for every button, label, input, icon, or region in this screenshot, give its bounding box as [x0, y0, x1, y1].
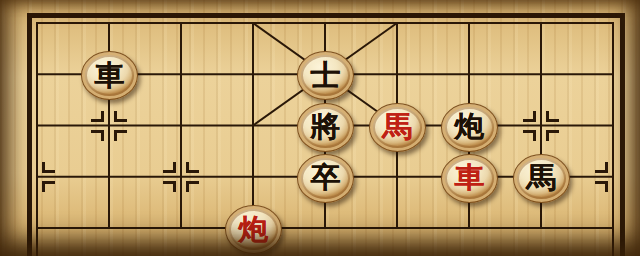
xiangqi-board[interactable]: 車士將馬炮卒車馬炮: [0, 0, 640, 256]
piece-glyph: 炮: [239, 214, 269, 244]
piece-black-chariot[interactable]: 車: [81, 51, 138, 100]
piece-glyph: 車: [95, 61, 125, 91]
piece-black-cannon[interactable]: 炮: [441, 103, 498, 152]
piece-black-general[interactable]: 將: [297, 103, 354, 152]
piece-glyph: 炮: [455, 112, 485, 142]
piece-glyph: 車: [455, 163, 485, 193]
piece-red-horse[interactable]: 馬: [369, 103, 426, 152]
piece-red-cannon[interactable]: 炮: [225, 205, 282, 254]
piece-glyph: 馬: [527, 163, 557, 193]
piece-glyph: 馬: [383, 112, 413, 142]
piece-glyph: 士: [311, 61, 341, 91]
piece-black-advisor[interactable]: 士: [297, 51, 354, 100]
piece-glyph: 將: [311, 112, 341, 142]
piece-black-soldier[interactable]: 卒: [297, 154, 354, 203]
piece-black-horse[interactable]: 馬: [513, 154, 570, 203]
piece-red-chariot[interactable]: 車: [441, 154, 498, 203]
piece-glyph: 卒: [311, 163, 341, 193]
